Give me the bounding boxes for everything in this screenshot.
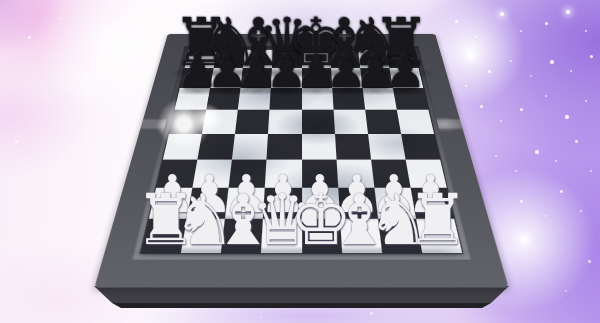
square-g4[interactable] <box>368 133 406 159</box>
square-d5[interactable] <box>268 109 301 133</box>
square-h4[interactable] <box>401 133 440 159</box>
square-e5[interactable] <box>302 109 335 133</box>
square-f4[interactable] <box>335 133 371 159</box>
square-c5[interactable] <box>235 109 270 133</box>
square-b4[interactable] <box>198 133 236 159</box>
square-h5[interactable] <box>397 109 434 133</box>
piece-black-pawn-h7[interactable]: ♟ <box>385 47 426 93</box>
square-f5[interactable] <box>333 109 368 133</box>
square-a4[interactable] <box>163 133 202 159</box>
square-e4[interactable] <box>302 133 337 159</box>
game-viewport: ♜♞♝♛♚♝♞♜♟♟♟♟♟♟♟♟♟♟♟♟♟♟♟♟♜♞♝♛♚♝♞♜ <box>0 0 600 323</box>
square-b5[interactable] <box>202 109 238 133</box>
square-g5[interactable] <box>365 109 401 133</box>
square-a5[interactable] <box>169 109 206 133</box>
square-d4[interactable] <box>267 133 302 159</box>
piece-white-rook-h1[interactable]: ♜ <box>406 185 469 255</box>
square-c4[interactable] <box>232 133 268 159</box>
